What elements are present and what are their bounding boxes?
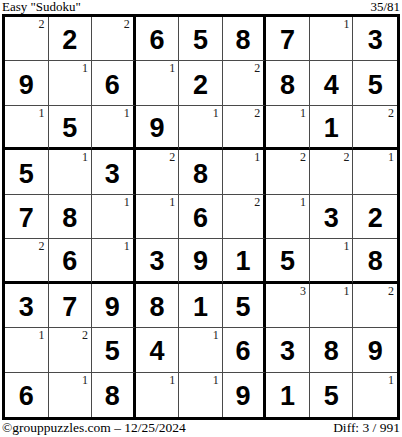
cell-r3c7[interactable]: 1 <box>266 106 310 150</box>
cell-r3c8[interactable]: 1 <box>310 106 354 150</box>
given-digit: 5 <box>193 27 208 54</box>
cell-r6c1[interactable]: 2 <box>5 239 49 283</box>
cell-r6c3[interactable]: 1 <box>92 239 136 283</box>
given-digit: 9 <box>105 294 120 321</box>
pencil-mark: 2 <box>388 107 394 119</box>
given-digit: 8 <box>105 383 120 410</box>
cell-r1c4[interactable]: 6 <box>136 17 180 61</box>
pencil-mark: 2 <box>343 151 349 163</box>
given-digit: 6 <box>62 248 77 275</box>
given-digit: 3 <box>105 161 120 188</box>
cell-r2c2[interactable]: 1 <box>49 61 93 105</box>
cell-r8c3[interactable]: 5 <box>92 328 136 372</box>
cell-r6c9[interactable]: 8 <box>353 239 397 283</box>
pencil-mark: 1 <box>39 107 45 119</box>
copyright-date-text: ©grouppuzzles.com – 12/25/2024 <box>2 421 186 435</box>
difficulty-text: Diff: 3 / 991 <box>333 421 400 435</box>
cell-r6c7[interactable]: 5 <box>266 239 310 283</box>
given-digit: 5 <box>62 115 77 142</box>
cell-r9c3[interactable]: 8 <box>92 373 136 417</box>
cell-r2c8[interactable]: 4 <box>310 61 354 105</box>
footer: ©grouppuzzles.com – 12/25/2024 Diff: 3 /… <box>2 421 400 435</box>
cell-r8c2[interactable]: 2 <box>49 328 93 372</box>
pencil-mark: 1 <box>82 151 88 163</box>
given-digit: 6 <box>236 338 251 365</box>
cell-r3c9[interactable]: 2 <box>353 106 397 150</box>
cell-r3c1[interactable]: 1 <box>5 106 49 150</box>
cell-r8c6[interactable]: 6 <box>223 328 267 372</box>
pencil-mark: 1 <box>388 151 394 163</box>
pencil-mark: 1 <box>169 374 175 386</box>
pencil-mark: 1 <box>124 240 130 252</box>
pencil-mark: 1 <box>213 374 219 386</box>
given-digit: 5 <box>105 338 120 365</box>
given-digit: 6 <box>105 72 120 99</box>
pencil-mark: 3 <box>300 285 306 297</box>
pencil-mark: 1 <box>254 151 260 163</box>
cell-r4c3[interactable]: 3 <box>92 150 136 194</box>
cell-r2c3[interactable]: 6 <box>92 61 136 105</box>
pencil-mark: 1 <box>388 374 394 386</box>
cell-r9c9[interactable]: 1 <box>353 373 397 417</box>
pencil-mark: 1 <box>213 329 219 341</box>
cell-r5c3[interactable]: 1 <box>92 195 136 239</box>
pencil-mark: 1 <box>124 107 130 119</box>
cell-r4c8[interactable]: 2 <box>310 150 354 194</box>
pencil-mark: 2 <box>300 151 306 163</box>
pencil-mark: 1 <box>300 107 306 119</box>
cell-r3c3[interactable]: 1 <box>92 106 136 150</box>
sudoku-page: Easy "Sudoku" 35/81 22265871391612284515… <box>0 0 402 437</box>
cell-r8c8[interactable]: 8 <box>310 328 354 372</box>
cell-r4c7[interactable]: 2 <box>266 150 310 194</box>
pencil-mark: 1 <box>82 62 88 74</box>
given-digit: 9 <box>19 72 34 99</box>
given-digit: 9 <box>149 115 164 142</box>
cell-r4c6[interactable]: 1 <box>223 150 267 194</box>
cell-r2c9[interactable]: 5 <box>353 61 397 105</box>
cell-r1c2[interactable]: 2 <box>49 17 93 61</box>
cell-r5c2[interactable]: 8 <box>49 195 93 239</box>
cell-r6c6[interactable]: 1 <box>223 239 267 283</box>
cell-r2c5[interactable]: 2 <box>179 61 223 105</box>
pencil-mark: 1 <box>39 329 45 341</box>
cell-r9c7[interactable]: 1 <box>266 373 310 417</box>
cell-r9c8[interactable]: 5 <box>310 373 354 417</box>
given-digit: 2 <box>193 72 208 99</box>
pencil-mark: 1 <box>213 107 219 119</box>
pencil-mark: 1 <box>343 240 349 252</box>
cell-r1c7[interactable]: 7 <box>266 17 310 61</box>
pencil-mark: 2 <box>82 329 88 341</box>
given-digit: 8 <box>62 205 77 232</box>
cell-r7c4[interactable]: 8 <box>136 284 180 328</box>
given-digit: 1 <box>280 383 295 410</box>
cell-r7c6[interactable]: 5 <box>223 284 267 328</box>
given-digit: 5 <box>236 294 251 321</box>
cell-r6c5[interactable]: 9 <box>179 239 223 283</box>
pencil-mark: 1 <box>300 196 306 208</box>
cell-r5c9[interactable]: 2 <box>353 195 397 239</box>
cell-r9c5[interactable]: 1 <box>179 373 223 417</box>
given-digit: 2 <box>368 205 383 232</box>
cell-r5c8[interactable]: 3 <box>310 195 354 239</box>
pencil-mark: 2 <box>39 240 45 252</box>
pencil-mark: 2 <box>388 285 394 297</box>
page-title: Easy "Sudoku" <box>2 0 81 13</box>
cell-r6c4[interactable]: 3 <box>136 239 180 283</box>
pencil-mark: 2 <box>169 151 175 163</box>
cell-r4c4[interactable]: 2 <box>136 150 180 194</box>
cell-r6c8[interactable]: 1 <box>310 239 354 283</box>
pencil-mark: 2 <box>39 18 45 30</box>
pencil-mark: 1 <box>124 196 130 208</box>
pencil-mark: 1 <box>169 196 175 208</box>
given-digit: 6 <box>193 205 208 232</box>
given-digit: 6 <box>19 383 34 410</box>
cell-r7c5[interactable]: 1 <box>179 284 223 328</box>
cell-r6c2[interactable]: 6 <box>49 239 93 283</box>
given-digit: 8 <box>236 27 251 54</box>
pencil-mark: 2 <box>254 62 260 74</box>
cell-r2c7[interactable]: 8 <box>266 61 310 105</box>
given-digit: 8 <box>324 338 339 365</box>
cell-r2c4[interactable]: 1 <box>136 61 180 105</box>
given-digit: 5 <box>368 72 383 99</box>
given-digit: 6 <box>149 27 164 54</box>
given-digit: 3 <box>324 205 339 232</box>
cell-r5c1[interactable]: 7 <box>5 195 49 239</box>
cell-r4c5[interactable]: 8 <box>179 150 223 194</box>
given-digit: 8 <box>193 161 208 188</box>
given-digit: 1 <box>193 294 208 321</box>
given-digit: 5 <box>324 383 339 410</box>
cell-r7c2[interactable]: 7 <box>49 284 93 328</box>
given-digit: 9 <box>236 383 251 410</box>
pencil-mark: 2 <box>254 107 260 119</box>
given-digit: 2 <box>62 27 77 54</box>
pencil-mark: 1 <box>343 18 349 30</box>
cell-r3c5[interactable]: 1 <box>179 106 223 150</box>
cell-r1c9[interactable]: 3 <box>353 17 397 61</box>
given-digit: 4 <box>149 338 164 365</box>
given-digit: 1 <box>324 115 339 142</box>
cell-r7c7[interactable]: 3 <box>266 284 310 328</box>
given-digit: 7 <box>62 294 77 321</box>
cell-r9c4[interactable]: 1 <box>136 373 180 417</box>
cell-r7c1[interactable]: 3 <box>5 284 49 328</box>
cell-r8c4[interactable]: 4 <box>136 328 180 372</box>
cell-r7c3[interactable]: 9 <box>92 284 136 328</box>
given-digit: 5 <box>19 161 34 188</box>
cell-r9c2[interactable]: 1 <box>49 373 93 417</box>
cell-r8c5[interactable]: 1 <box>179 328 223 372</box>
given-digit: 8 <box>149 294 164 321</box>
pencil-mark: 1 <box>343 285 349 297</box>
pencil-mark: 2 <box>124 18 130 30</box>
given-digit: 3 <box>368 27 383 54</box>
cell-r5c7[interactable]: 1 <box>266 195 310 239</box>
given-digit: 3 <box>149 248 164 275</box>
header: Easy "Sudoku" 35/81 <box>2 0 400 13</box>
cell-r8c1[interactable]: 1 <box>5 328 49 372</box>
cell-r3c6[interactable]: 2 <box>223 106 267 150</box>
cell-r8c9[interactable]: 9 <box>353 328 397 372</box>
cell-r4c2[interactable]: 1 <box>49 150 93 194</box>
cell-r1c3[interactable]: 2 <box>92 17 136 61</box>
cell-r7c8[interactable]: 1 <box>310 284 354 328</box>
cell-r2c1[interactable]: 9 <box>5 61 49 105</box>
pencil-mark: 2 <box>254 196 260 208</box>
cell-r9c1[interactable]: 6 <box>5 373 49 417</box>
cell-r8c7[interactable]: 3 <box>266 328 310 372</box>
given-digit: 3 <box>19 294 34 321</box>
cell-r5c4[interactable]: 1 <box>136 195 180 239</box>
sudoku-board: 2226587139161228451519121125132812217811… <box>2 14 400 420</box>
cell-r1c5[interactable]: 5 <box>179 17 223 61</box>
given-digit: 3 <box>280 338 295 365</box>
cell-r3c4[interactable]: 9 <box>136 106 180 150</box>
given-digit: 7 <box>280 27 295 54</box>
cell-r1c1[interactable]: 2 <box>5 17 49 61</box>
cell-r4c9[interactable]: 1 <box>353 150 397 194</box>
given-digit: 7 <box>19 205 34 232</box>
cell-r5c5[interactable]: 6 <box>179 195 223 239</box>
given-digit: 9 <box>368 338 383 365</box>
pencil-mark: 1 <box>82 374 88 386</box>
given-digit: 1 <box>236 248 251 275</box>
cell-r4c1[interactable]: 5 <box>5 150 49 194</box>
given-digit: 8 <box>280 72 295 99</box>
cell-r1c8[interactable]: 1 <box>310 17 354 61</box>
pencil-mark: 1 <box>169 62 175 74</box>
given-digit: 4 <box>324 72 339 99</box>
given-digit: 5 <box>280 248 295 275</box>
cell-r2c6[interactable]: 2 <box>223 61 267 105</box>
given-digit: 9 <box>193 248 208 275</box>
cell-r9c6[interactable]: 9 <box>223 373 267 417</box>
cell-r3c2[interactable]: 5 <box>49 106 93 150</box>
cell-r5c6[interactable]: 2 <box>223 195 267 239</box>
empty-cell-counter: 35/81 <box>370 0 400 13</box>
cell-r1c6[interactable]: 8 <box>223 17 267 61</box>
cell-r7c9[interactable]: 2 <box>353 284 397 328</box>
given-digit: 8 <box>368 248 383 275</box>
